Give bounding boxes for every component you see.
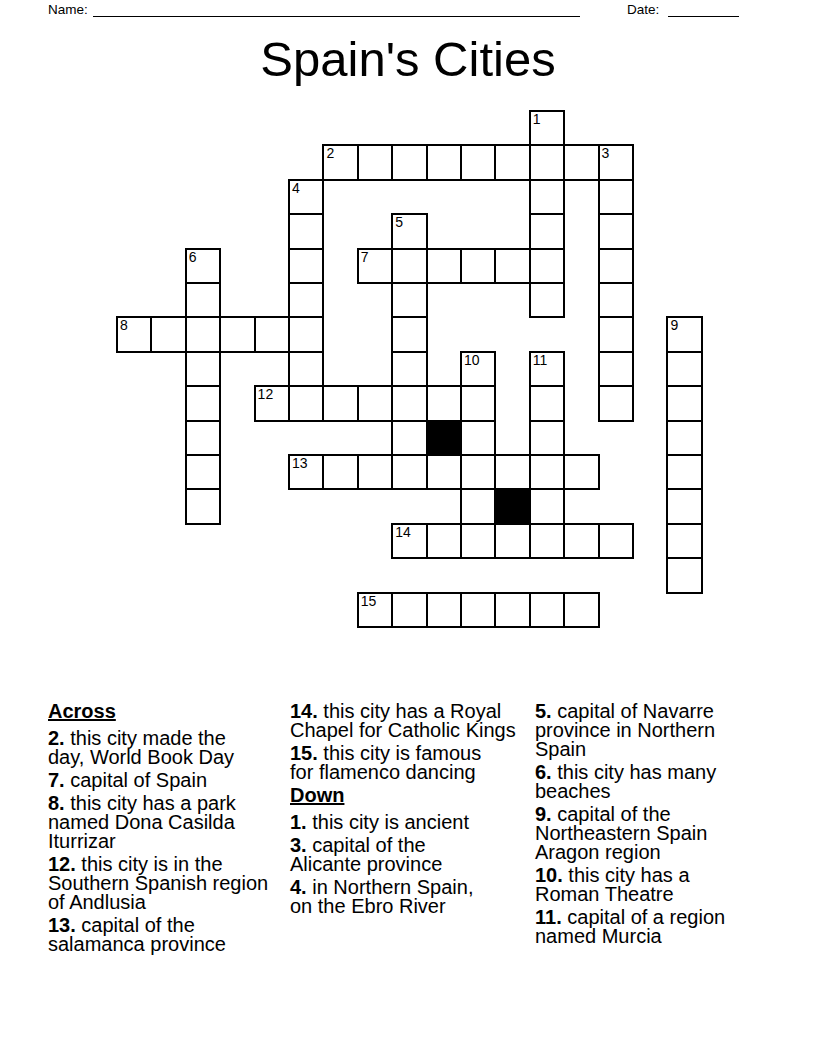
grid-cell[interactable] bbox=[391, 454, 427, 490]
date-input-line[interactable] bbox=[668, 0, 739, 17]
grid-cell[interactable] bbox=[219, 316, 255, 352]
grid-cell[interactable] bbox=[288, 282, 324, 318]
grid-cell[interactable] bbox=[460, 248, 496, 284]
cell-number: 13 bbox=[292, 456, 308, 470]
grid-cell[interactable] bbox=[391, 420, 427, 456]
grid-cell[interactable] bbox=[391, 248, 427, 284]
grid-cell[interactable] bbox=[185, 316, 221, 352]
grid-cell[interactable] bbox=[494, 144, 530, 180]
clue-text: this city has a Royal Chapel for Catholi… bbox=[290, 700, 516, 741]
grid-cell[interactable] bbox=[494, 248, 530, 284]
name-label: Name: bbox=[48, 2, 88, 17]
grid-cell[interactable] bbox=[460, 592, 496, 628]
grid-cell[interactable] bbox=[460, 385, 496, 421]
grid-cell[interactable] bbox=[391, 385, 427, 421]
grid-cell[interactable]: 13 bbox=[288, 454, 324, 490]
clue-9: 9. capital of the Northeastern Spain Ara… bbox=[535, 805, 781, 862]
grid-cell[interactable] bbox=[288, 351, 324, 387]
clue-column-3: 5. capital of Navarre province in Northe… bbox=[535, 702, 781, 950]
cell-number: 7 bbox=[361, 250, 369, 264]
clue-column-2: 14. this city has a Royal Chapel for Cat… bbox=[290, 702, 536, 920]
clue-2: 2. this city made the day, World Book Da… bbox=[48, 729, 294, 767]
puzzle-title: Spain's Cities bbox=[0, 35, 816, 84]
grid-cell[interactable] bbox=[391, 316, 427, 352]
grid-cell[interactable]: 9 bbox=[666, 316, 702, 352]
cell-number: 1 bbox=[533, 112, 541, 126]
grid-cell[interactable]: 7 bbox=[357, 248, 393, 284]
grid-cell[interactable] bbox=[666, 420, 702, 456]
grid-cell[interactable] bbox=[185, 420, 221, 456]
clue-text: this city made the day, World Book Day bbox=[48, 727, 234, 768]
cell-number: 4 bbox=[292, 181, 300, 195]
grid-cell[interactable]: 10 bbox=[460, 351, 496, 387]
clue-text: capital of the Northeastern Spain Aragon… bbox=[535, 803, 707, 863]
clue-15: 15. this city is famous for flamenco dan… bbox=[290, 744, 536, 782]
grid-cell[interactable] bbox=[666, 385, 702, 421]
grid-cell[interactable] bbox=[426, 385, 462, 421]
grid-cell[interactable] bbox=[288, 316, 324, 352]
grid-cell[interactable] bbox=[529, 282, 565, 318]
clue-number: 1. bbox=[290, 811, 307, 833]
grid-cell[interactable] bbox=[322, 454, 358, 490]
grid-cell[interactable] bbox=[598, 282, 634, 318]
clue-3: 3. capital of the Alicante province bbox=[290, 836, 536, 874]
grid-cell[interactable]: 14 bbox=[391, 523, 427, 559]
grid-cell[interactable] bbox=[460, 144, 496, 180]
grid-cell[interactable] bbox=[391, 144, 427, 180]
grid-cell[interactable] bbox=[185, 454, 221, 490]
grid-cell[interactable] bbox=[426, 592, 462, 628]
cell-number: 9 bbox=[670, 318, 678, 332]
grid-cell[interactable] bbox=[666, 454, 702, 490]
grid-cell[interactable] bbox=[563, 592, 599, 628]
cell-number: 5 bbox=[395, 215, 403, 229]
cell-number: 10 bbox=[464, 353, 480, 367]
grid-cell[interactable] bbox=[666, 488, 702, 524]
grid-cell[interactable] bbox=[666, 351, 702, 387]
grid-cell[interactable] bbox=[494, 523, 530, 559]
clue-text: capital of a region named Murcia bbox=[535, 906, 725, 947]
cell-number: 8 bbox=[120, 318, 128, 332]
grid-cell[interactable] bbox=[529, 454, 565, 490]
grid-cell[interactable] bbox=[529, 385, 565, 421]
date-label: Date: bbox=[627, 2, 659, 17]
grid-cell[interactable] bbox=[322, 385, 358, 421]
clue-5: 5. capital of Navarre province in Northe… bbox=[535, 702, 781, 759]
grid-cell[interactable] bbox=[529, 420, 565, 456]
clue-text: this city has a park named Dona Casilda … bbox=[48, 792, 236, 852]
grid-cell[interactable] bbox=[460, 523, 496, 559]
grid-cell[interactable] bbox=[666, 523, 702, 559]
grid-cell[interactable] bbox=[494, 454, 530, 490]
cell-number: 3 bbox=[602, 146, 610, 160]
grid-cell[interactable] bbox=[185, 488, 221, 524]
grid-cell[interactable] bbox=[529, 213, 565, 249]
clue-text: capital of Navarre province in Northern … bbox=[535, 700, 715, 760]
grid-cell[interactable] bbox=[426, 144, 462, 180]
grid-cell[interactable] bbox=[598, 385, 634, 421]
grid-cell[interactable] bbox=[529, 488, 565, 524]
name-input-line[interactable] bbox=[93, 0, 580, 17]
clue-1: 1. this city is ancient bbox=[290, 813, 536, 832]
grid-cell[interactable] bbox=[563, 454, 599, 490]
grid-cell[interactable] bbox=[357, 144, 393, 180]
cell-number: 2 bbox=[326, 146, 334, 160]
grid-cell[interactable]: 4 bbox=[288, 179, 324, 215]
clue-13: 13. capital of the salamanca province bbox=[48, 916, 294, 954]
clue-text: capital of Spain bbox=[65, 769, 207, 791]
black-cell bbox=[494, 488, 530, 524]
grid-cell[interactable] bbox=[598, 316, 634, 352]
clue-8: 8. this city has a park named Dona Casil… bbox=[48, 794, 294, 851]
grid-cell[interactable] bbox=[598, 213, 634, 249]
clue-14: 14. this city has a Royal Chapel for Cat… bbox=[290, 702, 536, 740]
crossword-grid: 123456789101112131415 bbox=[116, 110, 703, 629]
clues-heading-down: Down bbox=[290, 786, 536, 805]
grid-cell[interactable] bbox=[529, 179, 565, 215]
clue-text: this city has many beaches bbox=[535, 761, 716, 802]
cell-number: 15 bbox=[361, 594, 377, 608]
grid-cell[interactable] bbox=[598, 179, 634, 215]
clue-text: this city is ancient bbox=[307, 811, 469, 833]
grid-cell[interactable] bbox=[391, 282, 427, 318]
grid-cell[interactable] bbox=[494, 592, 530, 628]
grid-cell[interactable] bbox=[460, 420, 496, 456]
grid-cell[interactable]: 1 bbox=[529, 110, 565, 146]
clue-column-1: Across2. this city made the day, World B… bbox=[48, 702, 294, 958]
grid-cell[interactable] bbox=[426, 523, 462, 559]
grid-cell[interactable]: 3 bbox=[598, 144, 634, 180]
clue-text: this city is in the Southern Spanish reg… bbox=[48, 853, 268, 913]
grid-cell[interactable] bbox=[426, 248, 462, 284]
grid-cell[interactable] bbox=[666, 557, 702, 593]
grid-cell[interactable] bbox=[529, 248, 565, 284]
grid-cell[interactable] bbox=[288, 248, 324, 284]
grid-cell[interactable]: 15 bbox=[357, 592, 393, 628]
grid-cell[interactable] bbox=[150, 316, 186, 352]
clue-text: in Northern Spain, on the Ebro River bbox=[290, 876, 473, 917]
grid-cell[interactable] bbox=[529, 592, 565, 628]
grid-cell[interactable] bbox=[185, 385, 221, 421]
clue-6: 6. this city has many beaches bbox=[535, 763, 781, 801]
cell-number: 12 bbox=[258, 387, 274, 401]
clue-text: this city is famous for flamenco dancing bbox=[290, 742, 481, 783]
clue-7: 7. capital of Spain bbox=[48, 771, 294, 790]
clues-heading-across: Across bbox=[48, 702, 294, 721]
cell-number: 14 bbox=[395, 525, 411, 539]
grid-cell[interactable] bbox=[598, 248, 634, 284]
grid-cell[interactable] bbox=[357, 385, 393, 421]
clue-number: 7. bbox=[48, 769, 65, 791]
grid-cell[interactable] bbox=[185, 351, 221, 387]
grid-cell[interactable]: 6 bbox=[185, 248, 221, 284]
grid-cell[interactable] bbox=[598, 523, 634, 559]
clue-10: 10. this city has a Roman Theatre bbox=[535, 866, 781, 904]
grid-cell[interactable] bbox=[426, 454, 462, 490]
grid-cell[interactable] bbox=[529, 144, 565, 180]
clue-4: 4. in Northern Spain, on the Ebro River bbox=[290, 878, 536, 916]
black-cell bbox=[426, 420, 462, 456]
grid-cell[interactable] bbox=[391, 592, 427, 628]
cell-number: 6 bbox=[189, 250, 197, 264]
clue-11: 11. capital of a region named Murcia bbox=[535, 908, 781, 946]
grid-cell[interactable] bbox=[254, 316, 290, 352]
grid-cell[interactable]: 8 bbox=[116, 316, 152, 352]
grid-cell[interactable] bbox=[563, 523, 599, 559]
grid-cell[interactable]: 12 bbox=[254, 385, 290, 421]
grid-cell[interactable] bbox=[288, 213, 324, 249]
grid-cell[interactable] bbox=[460, 454, 496, 490]
grid-cell[interactable] bbox=[598, 351, 634, 387]
grid-cell[interactable]: 11 bbox=[529, 351, 565, 387]
grid-cell[interactable] bbox=[185, 282, 221, 318]
grid-cell[interactable] bbox=[460, 488, 496, 524]
clue-text: capital of the Alicante province bbox=[290, 834, 442, 875]
clue-12: 12. this city is in the Southern Spanish… bbox=[48, 855, 294, 912]
cell-number: 11 bbox=[533, 353, 548, 367]
grid-cell[interactable]: 2 bbox=[322, 144, 358, 180]
grid-cell[interactable] bbox=[288, 385, 324, 421]
grid-cell[interactable]: 5 bbox=[391, 213, 427, 249]
grid-cell[interactable] bbox=[391, 351, 427, 387]
grid-cell[interactable] bbox=[357, 454, 393, 490]
grid-cell[interactable] bbox=[563, 144, 599, 180]
grid-cell[interactable] bbox=[529, 523, 565, 559]
